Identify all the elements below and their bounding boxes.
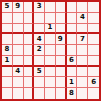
sudoku-cell-empty-r2c2[interactable] [13, 13, 24, 24]
sudoku-cell-given-r2c8[interactable]: 4 [77, 13, 88, 24]
sudoku-cell-empty-r8c2[interactable] [13, 77, 24, 88]
sudoku-cell-given-r3c5[interactable]: 1 [45, 24, 56, 35]
sudoku-cell-empty-r2c6[interactable] [56, 13, 67, 24]
sudoku-cell-given-r4c4[interactable]: 4 [34, 34, 45, 45]
sudoku-cell-empty-r2c5[interactable] [45, 13, 56, 24]
sudoku-cell-empty-r4c2[interactable] [13, 34, 24, 45]
sudoku-cell-empty-r7c3[interactable] [24, 67, 35, 78]
sudoku-cell-empty-r9c4[interactable] [34, 88, 45, 99]
sudoku-cell-empty-r8c4[interactable] [34, 77, 45, 88]
sudoku-cell-given-r8c7[interactable]: 1 [67, 77, 78, 88]
sudoku-cell-empty-r3c4[interactable] [34, 24, 45, 35]
sudoku-cell-empty-r6c6[interactable] [56, 56, 67, 67]
sudoku-cell-given-r1c2[interactable]: 9 [13, 2, 24, 13]
sudoku-cell-empty-r1c6[interactable] [56, 2, 67, 13]
sudoku-cell-empty-r5c3[interactable] [24, 45, 35, 56]
sudoku-cell-empty-r7c9[interactable] [88, 67, 99, 78]
sudoku-cell-empty-r5c6[interactable] [56, 45, 67, 56]
sudoku-cell-empty-r6c5[interactable] [45, 56, 56, 67]
sudoku-cell-empty-r6c4[interactable] [34, 56, 45, 67]
sudoku-cell-given-r9c7[interactable]: 8 [67, 88, 78, 99]
sudoku-cell-given-r1c1[interactable]: 5 [2, 2, 13, 13]
sudoku-cell-empty-r4c3[interactable] [24, 34, 35, 45]
sudoku-cell-empty-r7c8[interactable] [77, 67, 88, 78]
sudoku-cell-empty-r1c9[interactable] [88, 2, 99, 13]
sudoku-cell-empty-r6c8[interactable] [77, 56, 88, 67]
sudoku-cell-empty-r4c5[interactable] [45, 34, 56, 45]
sudoku-cell-empty-r3c2[interactable] [13, 24, 24, 35]
sudoku-cell-empty-r8c3[interactable] [24, 77, 35, 88]
sudoku-cell-empty-r3c1[interactable] [2, 24, 13, 35]
sudoku-cell-empty-r9c1[interactable] [2, 88, 13, 99]
sudoku-cell-empty-r7c6[interactable] [56, 67, 67, 78]
sudoku-cell-given-r4c8[interactable]: 7 [77, 34, 88, 45]
sudoku-cell-empty-r3c3[interactable] [24, 24, 35, 35]
sudoku-cell-given-r6c1[interactable]: 1 [2, 56, 13, 67]
sudoku-cell-empty-r6c2[interactable] [13, 56, 24, 67]
sudoku-cell-empty-r8c6[interactable] [56, 77, 67, 88]
sudoku-cell-empty-r7c1[interactable] [2, 67, 13, 78]
sudoku-cell-empty-r9c8[interactable] [77, 88, 88, 99]
sudoku-cell-empty-r9c9[interactable] [88, 88, 99, 99]
sudoku-cell-empty-r1c8[interactable] [77, 2, 88, 13]
sudoku-cell-given-r1c4[interactable]: 3 [34, 2, 45, 13]
sudoku-cell-given-r6c7[interactable]: 6 [67, 56, 78, 67]
sudoku-cell-given-r4c6[interactable]: 9 [56, 34, 67, 45]
sudoku-cell-given-r7c2[interactable]: 4 [13, 67, 24, 78]
sudoku-cell-empty-r5c2[interactable] [13, 45, 24, 56]
sudoku-cell-empty-r9c3[interactable] [24, 88, 35, 99]
sudoku-cell-empty-r1c5[interactable] [45, 2, 56, 13]
sudoku-cell-empty-r9c6[interactable] [56, 88, 67, 99]
sudoku-cell-empty-r5c7[interactable] [67, 45, 78, 56]
sudoku-cell-empty-r8c8[interactable] [77, 77, 88, 88]
sudoku-cell-empty-r1c7[interactable] [67, 2, 78, 13]
sudoku-cell-empty-r1c3[interactable] [24, 2, 35, 13]
sudoku-cell-empty-r8c1[interactable] [2, 77, 13, 88]
sudoku-cell-empty-r9c2[interactable] [13, 88, 24, 99]
sudoku-cell-empty-r3c8[interactable] [77, 24, 88, 35]
sudoku-cell-empty-r6c9[interactable] [88, 56, 99, 67]
sudoku-cell-empty-r4c9[interactable] [88, 34, 99, 45]
sudoku-cell-empty-r5c8[interactable] [77, 45, 88, 56]
sudoku-cell-empty-r3c6[interactable] [56, 24, 67, 35]
sudoku-cell-empty-r7c5[interactable] [45, 67, 56, 78]
sudoku-cell-empty-r5c5[interactable] [45, 45, 56, 56]
sudoku-cell-empty-r5c9[interactable] [88, 45, 99, 56]
sudoku-cell-empty-r6c3[interactable] [24, 56, 35, 67]
sudoku-cell-empty-r4c1[interactable] [2, 34, 13, 45]
sudoku-cell-empty-r2c7[interactable] [67, 13, 78, 24]
sudoku-cell-empty-r9c5[interactable] [45, 88, 56, 99]
sudoku-cell-empty-r3c7[interactable] [67, 24, 78, 35]
sudoku-cell-empty-r3c9[interactable] [88, 24, 99, 35]
sudoku-cell-given-r5c1[interactable]: 8 [2, 45, 13, 56]
sudoku-cell-given-r7c4[interactable]: 5 [34, 67, 45, 78]
sudoku-cell-empty-r2c1[interactable] [2, 13, 13, 24]
sudoku-cell-empty-r8c5[interactable] [45, 77, 56, 88]
sudoku-cell-given-r8c9[interactable]: 6 [88, 77, 99, 88]
sudoku-cell-empty-r4c7[interactable] [67, 34, 78, 45]
sudoku-cell-empty-r7c7[interactable] [67, 67, 78, 78]
sudoku-cell-empty-r2c4[interactable] [34, 13, 45, 24]
sudoku-cell-empty-r2c9[interactable] [88, 13, 99, 24]
sudoku-cell-given-r5c4[interactable]: 2 [34, 45, 45, 56]
sudoku-cell-empty-r2c3[interactable] [24, 13, 35, 24]
sudoku-board: 59341497821645168 [0, 0, 101, 101]
